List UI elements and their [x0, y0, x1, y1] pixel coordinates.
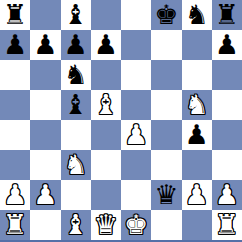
- square-f2[interactable]: ♛: [151, 180, 181, 210]
- square-g2[interactable]: ♟: [182, 180, 212, 210]
- piece-white-knight[interactable]: ♞: [185, 91, 209, 118]
- square-h7[interactable]: ♟: [212, 30, 242, 60]
- piece-black-pawn[interactable]: ♟: [94, 31, 118, 58]
- square-g3[interactable]: [182, 150, 212, 180]
- square-e4[interactable]: ♟: [121, 120, 151, 150]
- square-a2[interactable]: ♟: [0, 180, 30, 210]
- piece-black-pawn[interactable]: ♟: [185, 121, 209, 148]
- square-a1[interactable]: ♜: [0, 210, 30, 240]
- piece-white-pawn[interactable]: ♟: [185, 181, 209, 208]
- piece-white-king[interactable]: ♚: [124, 211, 148, 238]
- square-e6[interactable]: [121, 60, 151, 90]
- piece-black-pawn[interactable]: ♟: [33, 31, 57, 58]
- square-a3[interactable]: [0, 150, 30, 180]
- square-a7[interactable]: ♟: [0, 30, 30, 60]
- square-h5[interactable]: [212, 90, 242, 120]
- square-f6[interactable]: [151, 60, 181, 90]
- square-b2[interactable]: ♟: [30, 180, 60, 210]
- square-b1[interactable]: [30, 210, 60, 240]
- square-h1[interactable]: ♜: [212, 210, 242, 240]
- square-c1[interactable]: ♝: [61, 210, 91, 240]
- square-d3[interactable]: [91, 150, 121, 180]
- square-h6[interactable]: [212, 60, 242, 90]
- piece-black-rook[interactable]: ♜: [3, 1, 27, 28]
- square-g6[interactable]: [182, 60, 212, 90]
- chess-board: ♜♝♚♞♜♟♟♟♟♟♞♝♝♞♟♟♞♟♟♛♟♟♜♝♛♚♜: [0, 0, 242, 240]
- square-h4[interactable]: [212, 120, 242, 150]
- square-c8[interactable]: ♝: [61, 0, 91, 30]
- piece-white-rook[interactable]: ♜: [3, 211, 27, 238]
- square-e7[interactable]: [121, 30, 151, 60]
- piece-white-bishop[interactable]: ♝: [94, 91, 118, 118]
- piece-black-rook[interactable]: ♜: [215, 1, 239, 28]
- square-e2[interactable]: [121, 180, 151, 210]
- piece-white-rook[interactable]: ♜: [215, 211, 239, 238]
- square-h2[interactable]: ♟: [212, 180, 242, 210]
- chess-board-wrapper: ♜♝♚♞♜♟♟♟♟♟♞♝♝♞♟♟♞♟♟♛♟♟♜♝♛♚♜: [0, 0, 242, 242]
- square-e1[interactable]: ♚: [121, 210, 151, 240]
- square-b7[interactable]: ♟: [30, 30, 60, 60]
- square-g8[interactable]: ♞: [182, 0, 212, 30]
- piece-black-queen[interactable]: ♛: [154, 181, 178, 208]
- square-b8[interactable]: [30, 0, 60, 30]
- square-b6[interactable]: [30, 60, 60, 90]
- square-f5[interactable]: [151, 90, 181, 120]
- square-d5[interactable]: ♝: [91, 90, 121, 120]
- piece-white-pawn[interactable]: ♟: [124, 121, 148, 148]
- piece-black-pawn[interactable]: ♟: [3, 31, 27, 58]
- square-f8[interactable]: ♚: [151, 0, 181, 30]
- square-d6[interactable]: [91, 60, 121, 90]
- square-g5[interactable]: ♞: [182, 90, 212, 120]
- piece-white-knight[interactable]: ♞: [64, 151, 88, 178]
- square-h8[interactable]: ♜: [212, 0, 242, 30]
- square-c5[interactable]: ♝: [61, 90, 91, 120]
- square-c2[interactable]: [61, 180, 91, 210]
- square-g7[interactable]: [182, 30, 212, 60]
- square-d2[interactable]: [91, 180, 121, 210]
- square-a4[interactable]: [0, 120, 30, 150]
- piece-white-bishop[interactable]: ♝: [64, 211, 88, 238]
- piece-white-queen[interactable]: ♛: [94, 211, 118, 238]
- square-c7[interactable]: ♟: [61, 30, 91, 60]
- square-d1[interactable]: ♛: [91, 210, 121, 240]
- piece-black-knight[interactable]: ♞: [64, 61, 88, 88]
- piece-black-bishop[interactable]: ♝: [64, 91, 88, 118]
- square-f7[interactable]: [151, 30, 181, 60]
- square-c3[interactable]: ♞: [61, 150, 91, 180]
- square-f4[interactable]: [151, 120, 181, 150]
- square-c6[interactable]: ♞: [61, 60, 91, 90]
- piece-black-pawn[interactable]: ♟: [64, 31, 88, 58]
- square-b3[interactable]: [30, 150, 60, 180]
- square-f1[interactable]: [151, 210, 181, 240]
- square-e3[interactable]: [121, 150, 151, 180]
- piece-white-pawn[interactable]: ♟: [33, 181, 57, 208]
- square-a8[interactable]: ♜: [0, 0, 30, 30]
- piece-white-pawn[interactable]: ♟: [3, 181, 27, 208]
- square-d8[interactable]: [91, 0, 121, 30]
- square-d4[interactable]: [91, 120, 121, 150]
- piece-black-knight[interactable]: ♞: [185, 1, 209, 28]
- square-d7[interactable]: ♟: [91, 30, 121, 60]
- square-e8[interactable]: [121, 0, 151, 30]
- square-f3[interactable]: [151, 150, 181, 180]
- piece-white-pawn[interactable]: ♟: [215, 181, 239, 208]
- square-g4[interactable]: ♟: [182, 120, 212, 150]
- square-h3[interactable]: [212, 150, 242, 180]
- square-e5[interactable]: [121, 90, 151, 120]
- square-g1[interactable]: [182, 210, 212, 240]
- square-a5[interactable]: [0, 90, 30, 120]
- piece-black-bishop[interactable]: ♝: [64, 1, 88, 28]
- square-a6[interactable]: [0, 60, 30, 90]
- square-b5[interactable]: [30, 90, 60, 120]
- piece-black-king[interactable]: ♚: [154, 1, 178, 28]
- piece-black-pawn[interactable]: ♟: [215, 31, 239, 58]
- square-c4[interactable]: [61, 120, 91, 150]
- square-b4[interactable]: [30, 120, 60, 150]
